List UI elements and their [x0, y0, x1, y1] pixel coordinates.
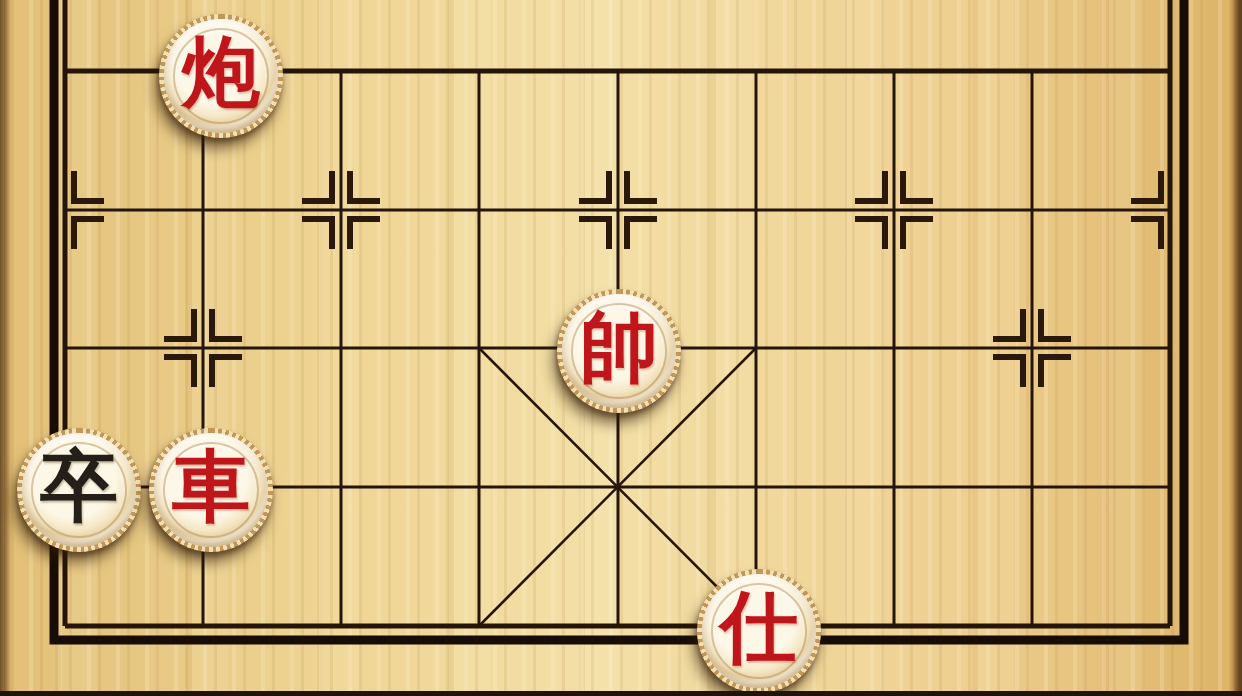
xiangqi-board[interactable]: 炮帥卒車仕	[0, 0, 1242, 696]
piece-face: 炮	[164, 19, 278, 133]
piece-character: 仕	[720, 589, 798, 667]
piece-character: 炮	[182, 34, 260, 112]
piece-face: 卒	[22, 433, 136, 547]
piece-face: 帥	[562, 294, 676, 408]
piece-character: 卒	[40, 448, 118, 526]
piece-red-general[interactable]: 帥	[557, 289, 681, 413]
board-right-edge-shadow	[1232, 0, 1242, 696]
board-left-edge-shadow	[0, 0, 10, 696]
piece-face: 車	[154, 433, 268, 547]
piece-red-cannon[interactable]: 炮	[159, 14, 283, 138]
pieces-layer: 炮帥卒車仕	[0, 0, 1242, 696]
piece-character: 車	[172, 448, 250, 526]
piece-red-advisor[interactable]: 仕	[697, 569, 821, 693]
piece-character: 帥	[580, 309, 658, 387]
piece-black-soldier[interactable]: 卒	[17, 428, 141, 552]
screen-bottom-strip	[0, 691, 1242, 696]
piece-face: 仕	[702, 574, 816, 688]
piece-red-chariot[interactable]: 車	[149, 428, 273, 552]
